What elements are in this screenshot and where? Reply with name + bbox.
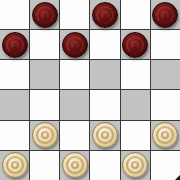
checkers-board — [0, 0, 180, 180]
resize-grip-icon — [175, 175, 180, 180]
light-checker-piece[interactable] — [62, 152, 88, 178]
board-cell-r0c3[interactable] — [90, 0, 119, 29]
light-checker-piece[interactable] — [122, 152, 148, 178]
board-cell-r1c4[interactable] — [121, 30, 150, 59]
board-cell-r2c5[interactable] — [151, 60, 180, 89]
board-cell-r3c4[interactable] — [121, 90, 150, 119]
board-cell-r4c5[interactable] — [151, 121, 180, 150]
dark-checker-piece[interactable] — [122, 32, 148, 58]
board-cell-r3c5[interactable] — [151, 90, 180, 119]
board-cell-r0c1[interactable] — [30, 0, 59, 29]
light-checker-piece[interactable] — [32, 122, 58, 148]
board-cell-r4c3[interactable] — [90, 121, 119, 150]
board-cell-r3c3[interactable] — [90, 90, 119, 119]
board-cell-r3c2[interactable] — [60, 90, 89, 119]
board-cell-r2c1[interactable] — [30, 60, 59, 89]
board-cell-r0c0[interactable] — [0, 0, 29, 29]
board-cell-r1c2[interactable] — [60, 30, 89, 59]
light-checker-piece[interactable] — [2, 152, 28, 178]
board-cell-r2c0[interactable] — [0, 60, 29, 89]
board-cell-r1c0[interactable] — [0, 30, 29, 59]
light-checker-piece[interactable] — [92, 122, 118, 148]
board-cell-r0c5[interactable] — [151, 0, 180, 29]
board-cell-r4c0[interactable] — [0, 121, 29, 150]
board-cell-r1c3[interactable] — [90, 30, 119, 59]
dark-checker-piece[interactable] — [2, 32, 28, 58]
board-cell-r0c2[interactable] — [60, 0, 89, 29]
board-cell-r5c2[interactable] — [60, 151, 89, 180]
board-cell-r5c0[interactable] — [0, 151, 29, 180]
board-cell-r4c1[interactable] — [30, 121, 59, 150]
dark-checker-piece[interactable] — [62, 32, 88, 58]
checkers-app-screen — [0, 0, 180, 180]
board-cell-r1c1[interactable] — [30, 30, 59, 59]
light-checker-piece[interactable] — [152, 122, 178, 148]
board-cell-r3c1[interactable] — [30, 90, 59, 119]
board-cell-r2c4[interactable] — [121, 60, 150, 89]
dark-checker-piece[interactable] — [92, 2, 118, 28]
board-cell-r1c5[interactable] — [151, 30, 180, 59]
board-cell-r5c1[interactable] — [30, 151, 59, 180]
board-cell-r5c3[interactable] — [90, 151, 119, 180]
board-cell-r0c4[interactable] — [121, 0, 150, 29]
board-cell-r4c2[interactable] — [60, 121, 89, 150]
board-cell-r3c0[interactable] — [0, 90, 29, 119]
board-cell-r4c4[interactable] — [121, 121, 150, 150]
dark-checker-piece[interactable] — [32, 2, 58, 28]
board-cell-r2c3[interactable] — [90, 60, 119, 89]
board-cell-r5c4[interactable] — [121, 151, 150, 180]
board-cell-r2c2[interactable] — [60, 60, 89, 89]
dark-checker-piece[interactable] — [152, 2, 178, 28]
